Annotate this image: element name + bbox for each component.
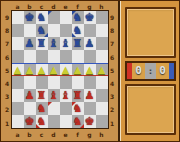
- square-f4[interactable]: [72, 76, 84, 89]
- neutral-triangle-piece-g5[interactable]: ▲: [84, 64, 96, 75]
- square-g9[interactable]: ♚: [84, 11, 96, 24]
- square-b8[interactable]: [24, 24, 36, 37]
- square-h9[interactable]: [96, 11, 108, 24]
- file-label-h: h: [96, 3, 108, 10]
- square-d9[interactable]: [48, 11, 60, 24]
- captured-tray-top: [125, 7, 176, 58]
- square-h4[interactable]: [96, 76, 108, 89]
- square-e9[interactable]: [60, 11, 72, 24]
- file-label-g: g: [84, 3, 96, 10]
- square-g6[interactable]: [84, 50, 96, 63]
- square-f5[interactable]: ▲: [72, 63, 84, 76]
- square-d2[interactable]: [48, 102, 60, 115]
- board-frame: abcdefgh 987654321 ♚♞♞♚♞♞♟♜♝♝♜♟▲▲▲▲▲▲▲▲♟…: [1, 1, 120, 141]
- square-d8[interactable]: [48, 24, 60, 37]
- rank-label-4: 4: [4, 77, 11, 90]
- square-a5[interactable]: ▲: [12, 63, 24, 76]
- square-c9[interactable]: ♞: [36, 11, 48, 24]
- neutral-triangle-piece-c5[interactable]: ▲: [36, 64, 48, 75]
- square-c1[interactable]: ♞: [36, 115, 48, 128]
- rank-label-4: 4: [109, 77, 116, 90]
- square-b9[interactable]: ♚: [24, 11, 36, 24]
- file-label-f: f: [72, 129, 84, 141]
- red-pawn-g3[interactable]: ♟: [84, 89, 96, 102]
- square-g7[interactable]: ♟: [84, 37, 96, 50]
- square-h2[interactable]: [96, 102, 108, 115]
- blue-king-b9[interactable]: ♚: [24, 11, 36, 24]
- red-bishop-e3[interactable]: ♝: [60, 89, 72, 102]
- square-a1[interactable]: [12, 115, 24, 128]
- square-c2[interactable]: ♞: [36, 102, 48, 115]
- square-c8[interactable]: ♞: [36, 24, 48, 37]
- rank-label-8: 8: [109, 24, 116, 37]
- file-label-a: a: [12, 129, 24, 141]
- rank-label-1: 1: [4, 117, 11, 130]
- square-d7[interactable]: ♝: [48, 37, 60, 50]
- square-f7[interactable]: ♜: [72, 37, 84, 50]
- file-label-h: h: [96, 129, 108, 141]
- square-h1[interactable]: [96, 115, 108, 128]
- square-e7[interactable]: ♝: [60, 37, 72, 50]
- square-e8[interactable]: [60, 24, 72, 37]
- rank-label-3: 3: [4, 90, 11, 103]
- blue-player-stripe-icon: [169, 63, 174, 79]
- square-e5[interactable]: ▲: [60, 63, 72, 76]
- score-right: 0: [156, 63, 169, 79]
- blue-knight-c9[interactable]: ♞: [36, 11, 48, 24]
- move-marker-icon: [72, 102, 76, 106]
- square-b7[interactable]: ♟: [24, 37, 36, 50]
- red-king-g1[interactable]: ♚: [84, 115, 96, 128]
- square-b1[interactable]: ♚: [24, 115, 36, 128]
- score-display: 0 : 0: [125, 61, 176, 81]
- square-g2[interactable]: [84, 102, 96, 115]
- file-label-d: d: [48, 129, 60, 141]
- neutral-triangle-piece-a5[interactable]: ▲: [12, 64, 24, 75]
- move-marker-icon: [36, 124, 40, 128]
- blue-king-g9[interactable]: ♚: [84, 11, 96, 24]
- square-f1[interactable]: ♞: [72, 115, 84, 128]
- file-label-c: c: [36, 3, 48, 10]
- red-bishop-d3[interactable]: ♝: [48, 89, 60, 102]
- rank-labels-right: 987654321: [109, 10, 116, 129]
- file-label-b: b: [24, 129, 36, 141]
- square-e2[interactable]: [60, 102, 72, 115]
- rank-label-8: 8: [4, 24, 11, 37]
- square-b2[interactable]: [24, 102, 36, 115]
- square-e6[interactable]: [60, 50, 72, 63]
- blue-bishop-e7[interactable]: ♝: [60, 37, 72, 50]
- side-panel: 0 : 0: [120, 1, 179, 141]
- neutral-triangle-piece-e5[interactable]: ▲: [60, 64, 72, 75]
- game-window: abcdefgh 987654321 ♚♞♞♚♞♞♟♜♝♝♜♟▲▲▲▲▲▲▲▲♟…: [0, 0, 180, 142]
- red-rook-c3[interactable]: ♜: [36, 89, 48, 102]
- square-a8[interactable]: [12, 24, 24, 37]
- red-rook-f3[interactable]: ♜: [72, 89, 84, 102]
- file-labels-top: abcdefgh: [11, 3, 109, 10]
- square-a9[interactable]: [12, 11, 24, 24]
- rank-label-5: 5: [109, 64, 116, 77]
- score-left: 0: [132, 63, 145, 79]
- file-label-b: b: [24, 3, 36, 10]
- file-label-e: e: [60, 3, 72, 10]
- blue-rook-c7[interactable]: ♜: [36, 37, 48, 50]
- square-c7[interactable]: ♜: [36, 37, 48, 50]
- square-b6[interactable]: [24, 50, 36, 63]
- square-e1[interactable]: [60, 115, 72, 128]
- square-a3[interactable]: [12, 89, 24, 102]
- red-king-b1[interactable]: ♚: [24, 115, 36, 128]
- square-h3[interactable]: [96, 89, 108, 102]
- square-d5[interactable]: ▲: [48, 63, 60, 76]
- square-h6[interactable]: [96, 50, 108, 63]
- square-a4[interactable]: [12, 76, 24, 89]
- square-d6[interactable]: [48, 50, 60, 63]
- square-g5[interactable]: ▲: [84, 63, 96, 76]
- blue-rook-f7[interactable]: ♜: [72, 37, 84, 50]
- rank-label-9: 9: [4, 11, 11, 24]
- square-g1[interactable]: ♚: [84, 115, 96, 128]
- square-g4[interactable]: [84, 76, 96, 89]
- file-label-a: a: [12, 3, 24, 10]
- game-board[interactable]: ♚♞♞♚♞♞♟♜♝♝♜♟▲▲▲▲▲▲▲▲♟♜♝♝♜♟♞♞♚♞♞♚: [11, 10, 109, 129]
- square-c3[interactable]: ♜: [36, 89, 48, 102]
- square-b4[interactable]: [24, 76, 36, 89]
- blue-bishop-d7[interactable]: ♝: [48, 37, 60, 50]
- square-d1[interactable]: [48, 115, 60, 128]
- square-b3[interactable]: ♟: [24, 89, 36, 102]
- file-label-c: c: [36, 129, 48, 141]
- square-e3[interactable]: ♝: [60, 89, 72, 102]
- file-labels-bottom: abcdefgh: [11, 129, 109, 141]
- rank-labels-left: 987654321: [4, 10, 11, 129]
- square-a6[interactable]: [12, 50, 24, 63]
- file-label-f: f: [72, 3, 84, 10]
- rank-label-2: 2: [109, 103, 116, 116]
- rank-label-1: 1: [109, 117, 116, 130]
- red-pawn-b3[interactable]: ♟: [24, 89, 36, 102]
- rank-label-6: 6: [4, 51, 11, 64]
- rank-label-3: 3: [109, 90, 116, 103]
- move-marker-icon: [72, 11, 76, 15]
- square-h8[interactable]: [96, 24, 108, 37]
- square-d3[interactable]: ♝: [48, 89, 60, 102]
- square-f8[interactable]: ♞: [72, 24, 84, 37]
- square-b5[interactable]: ▲: [24, 63, 36, 76]
- square-f9[interactable]: ♞: [72, 11, 84, 24]
- square-e4[interactable]: [60, 76, 72, 89]
- rank-label-7: 7: [109, 37, 116, 50]
- square-c4[interactable]: [36, 76, 48, 89]
- file-label-g: g: [84, 129, 96, 141]
- square-f6[interactable]: [72, 50, 84, 63]
- neutral-triangle-piece-f5[interactable]: ▲: [72, 64, 84, 75]
- move-marker-icon: [48, 11, 52, 15]
- neutral-triangle-piece-b5[interactable]: ▲: [24, 64, 36, 75]
- rank-label-5: 5: [4, 64, 11, 77]
- rank-label-7: 7: [4, 37, 11, 50]
- square-a7[interactable]: [12, 37, 24, 50]
- file-label-e: e: [60, 129, 72, 141]
- square-f2[interactable]: ♞: [72, 102, 84, 115]
- move-marker-icon: [48, 102, 52, 106]
- neutral-triangle-piece-h5[interactable]: ▲: [96, 64, 108, 75]
- blue-pawn-g7[interactable]: ♟: [84, 37, 96, 50]
- captured-tray-bottom: [125, 84, 176, 135]
- neutral-triangle-piece-d5[interactable]: ▲: [48, 64, 60, 75]
- square-c5[interactable]: ▲: [36, 63, 48, 76]
- square-h5[interactable]: ▲: [96, 63, 108, 76]
- blue-pawn-b7[interactable]: ♟: [24, 37, 36, 50]
- square-a2[interactable]: [12, 102, 24, 115]
- score-separator: :: [145, 63, 156, 79]
- square-f3[interactable]: ♜: [72, 89, 84, 102]
- square-g8[interactable]: [84, 24, 96, 37]
- square-h7[interactable]: [96, 37, 108, 50]
- square-g3[interactable]: ♟: [84, 89, 96, 102]
- rank-label-6: 6: [109, 51, 116, 64]
- red-knight-c2[interactable]: ♞: [36, 102, 48, 115]
- rank-label-2: 2: [4, 103, 11, 116]
- file-label-d: d: [48, 3, 60, 10]
- rank-label-9: 9: [109, 11, 116, 24]
- square-d4[interactable]: [48, 76, 60, 89]
- square-c6[interactable]: [36, 50, 48, 63]
